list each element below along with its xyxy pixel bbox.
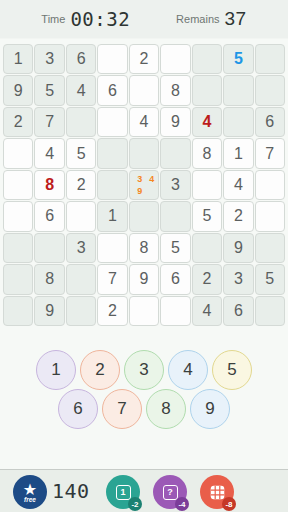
given-digit: 6 (234, 302, 243, 320)
number-button-4[interactable]: 4 (168, 350, 208, 390)
sudoku-cell-r5c1[interactable] (3, 170, 33, 200)
sudoku-cell-r6c3[interactable] (66, 201, 96, 231)
given-digit: 6 (77, 50, 86, 68)
sudoku-cell-r8c9[interactable]: 5 (255, 264, 285, 294)
given-digit: 1 (234, 145, 243, 163)
given-digit: 1 (14, 50, 23, 68)
given-digit: 4 (234, 176, 243, 194)
sudoku-cell-r5c5[interactable]: 349 (129, 170, 159, 200)
given-digit: 5 (202, 207, 211, 225)
sudoku-cell-r7c6[interactable]: 5 (160, 233, 190, 263)
sudoku-cell-r4c4[interactable] (97, 138, 127, 168)
sudoku-cell-r1c6[interactable] (160, 44, 190, 74)
sudoku-cell-r7c8[interactable]: 9 (223, 233, 253, 263)
sudoku-cell-r4c1[interactable] (3, 138, 33, 168)
error-digit: 8 (45, 176, 54, 194)
hint-cost-badge: -2 (128, 497, 142, 511)
sudoku-cell-r4c3[interactable]: 5 (66, 138, 96, 168)
given-digit: 5 (77, 145, 86, 163)
given-digit: 7 (108, 270, 117, 288)
top-bar: Time 00:32 Remains 37 (0, 0, 288, 39)
given-digit: 7 (265, 145, 274, 163)
given-digit: 9 (14, 82, 23, 100)
given-digit: 8 (140, 239, 149, 257)
given-digit: 3 (77, 239, 86, 257)
hint-reveal-cell[interactable]: 1-2 (106, 475, 140, 509)
given-digit: 4 (202, 302, 211, 320)
number-button-8[interactable]: 8 (146, 389, 186, 429)
given-digit: 5 (45, 82, 54, 100)
sudoku-cell-r6c5[interactable] (129, 201, 159, 231)
sudoku-cell-r8c2[interactable]: 8 (34, 264, 64, 294)
sudoku-cell-r9c4[interactable]: 2 (97, 296, 127, 326)
sudoku-cell-r3c9[interactable]: 6 (255, 107, 285, 137)
number-button-6[interactable]: 6 (58, 389, 98, 429)
sudoku-cell-r1c5[interactable]: 2 (129, 44, 159, 74)
given-digit: 9 (171, 113, 180, 131)
square-1-icon: 1 (116, 485, 131, 500)
sudoku-cell-r8c4[interactable]: 7 (97, 264, 127, 294)
sudoku-cell-r9c8[interactable]: 6 (223, 296, 253, 326)
sudoku-cell-r2c9[interactable] (255, 75, 285, 105)
number-button-9[interactable]: 9 (190, 389, 230, 429)
remains-stat: Remains 37 (176, 8, 247, 30)
sudoku-cell-r3c6[interactable]: 9 (160, 107, 190, 137)
sudoku-cell-r9c9[interactable] (255, 296, 285, 326)
pencil-notes: 349 (134, 173, 158, 197)
given-digit: 5 (265, 270, 274, 288)
sudoku-cell-r7c9[interactable] (255, 233, 285, 263)
number-button-7[interactable]: 7 (102, 389, 142, 429)
given-digit: 2 (14, 113, 23, 131)
sudoku-cell-r2c2[interactable]: 5 (34, 75, 64, 105)
star-icon: ★ (23, 483, 37, 497)
sudoku-cell-r1c7[interactable] (192, 44, 222, 74)
number-button-3[interactable]: 3 (124, 350, 164, 390)
sudoku-cell-r3c1[interactable]: 2 (3, 107, 33, 137)
given-digit: 3 (234, 270, 243, 288)
given-digit: 7 (45, 113, 54, 131)
picker-row-2: 6789 (0, 389, 288, 429)
sudoku-cell-r1c8[interactable]: 5 (223, 44, 253, 74)
sudoku-cell-r4c9[interactable]: 7 (255, 138, 285, 168)
sudoku-cell-r5c2[interactable]: 8 (34, 170, 64, 200)
sudoku-cell-r6c1[interactable] (3, 201, 33, 231)
sudoku-cell-r9c3[interactable] (66, 296, 96, 326)
sudoku-cell-r7c3[interactable]: 3 (66, 233, 96, 263)
sudoku-cell-r6c9[interactable] (255, 201, 285, 231)
sudoku-cell-r8c8[interactable]: 3 (223, 264, 253, 294)
sudoku-cell-r6c2[interactable]: 6 (34, 201, 64, 231)
sudoku-cell-r7c7[interactable] (192, 233, 222, 263)
sudoku-cell-r3c3[interactable] (66, 107, 96, 137)
sudoku-cell-r1c2[interactable]: 3 (34, 44, 64, 74)
sudoku-cell-r9c5[interactable] (129, 296, 159, 326)
sudoku-cell-r9c2[interactable]: 9 (34, 296, 64, 326)
number-picker: 12345 6789 (0, 350, 288, 429)
sudoku-cell-r5c7[interactable] (192, 170, 222, 200)
sudoku-cell-r8c5[interactable]: 9 (129, 264, 159, 294)
hint-check[interactable]: ?-4 (153, 475, 187, 509)
note-value: 9 (134, 185, 146, 197)
given-digit: 8 (171, 82, 180, 100)
sudoku-cell-r5c6[interactable]: 3 (160, 170, 190, 200)
hint-solve-grid[interactable]: -8 (200, 475, 234, 509)
sudoku-cell-r4c2[interactable]: 4 (34, 138, 64, 168)
sudoku-cell-r1c1[interactable]: 1 (3, 44, 33, 74)
sudoku-cell-r9c7[interactable]: 4 (192, 296, 222, 326)
sudoku-cell-r4c8[interactable]: 1 (223, 138, 253, 168)
sudoku-cell-r2c5[interactable] (129, 75, 159, 105)
sudoku-cell-r3c4[interactable] (97, 107, 127, 137)
given-digit: 9 (140, 270, 149, 288)
sudoku-cell-r1c3[interactable]: 6 (66, 44, 96, 74)
remains-label: Remains (176, 13, 219, 25)
sudoku-cell-r2c1[interactable]: 9 (3, 75, 33, 105)
free-button[interactable]: ★ free (13, 475, 47, 509)
sudoku-cell-r5c3[interactable]: 2 (66, 170, 96, 200)
sudoku-cell-r8c6[interactable]: 6 (160, 264, 190, 294)
sudoku-cell-r2c4[interactable]: 6 (97, 75, 127, 105)
hint-cost-badge: -4 (175, 497, 189, 511)
sudoku-cell-r7c2[interactable] (34, 233, 64, 263)
sudoku-cell-r6c8[interactable]: 2 (223, 201, 253, 231)
given-digit: 6 (171, 270, 180, 288)
sudoku-cell-r3c8[interactable] (223, 107, 253, 137)
picker-row-1: 12345 (0, 350, 288, 390)
given-digit: 6 (265, 113, 274, 131)
given-digit: 4 (140, 113, 149, 131)
sudoku-cell-r4c5[interactable] (129, 138, 159, 168)
given-digit: 3 (171, 176, 180, 194)
sudoku-cell-r4c7[interactable]: 8 (192, 138, 222, 168)
sudoku-cell-r3c5[interactable]: 4 (129, 107, 159, 137)
square-question-icon: ? (163, 485, 178, 500)
note-value: 4 (146, 173, 158, 185)
sudoku-cell-r7c5[interactable]: 8 (129, 233, 159, 263)
given-digit: 1 (108, 207, 117, 225)
sudoku-cell-r9c6[interactable] (160, 296, 190, 326)
sudoku-cell-r6c4[interactable]: 1 (97, 201, 127, 231)
sudoku-cell-r9c1[interactable] (3, 296, 33, 326)
time-stat: Time 00:32 (41, 8, 130, 30)
sudoku-cell-r7c4[interactable] (97, 233, 127, 263)
given-digit: 8 (45, 270, 54, 288)
error-digit: 4 (202, 113, 211, 131)
number-button-1[interactable]: 1 (36, 350, 76, 390)
sudoku-cell-r2c6[interactable]: 8 (160, 75, 190, 105)
sudoku-cell-r7c1[interactable] (3, 233, 33, 263)
remains-value: 37 (225, 8, 247, 30)
time-label: Time (41, 13, 65, 25)
hint-cost-badge: -8 (222, 497, 236, 511)
sudoku-cell-r3c2[interactable]: 7 (34, 107, 64, 137)
given-digit: 2 (108, 302, 117, 320)
sudoku-cell-r3c7[interactable]: 4 (192, 107, 222, 137)
given-digit: 3 (45, 50, 54, 68)
sudoku-cell-r1c4[interactable] (97, 44, 127, 74)
bottom-toolbar: ★ free 140 1-2?-4-8 (0, 469, 288, 512)
sudoku-cell-r5c8[interactable]: 4 (223, 170, 253, 200)
time-value: 00:32 (70, 8, 130, 30)
sudoku-cell-r4c6[interactable] (160, 138, 190, 168)
sudoku-cell-r5c9[interactable] (255, 170, 285, 200)
grid-icon (210, 485, 225, 500)
sudoku-cell-r2c3[interactable]: 4 (66, 75, 96, 105)
sudoku-cell-r1c9[interactable] (255, 44, 285, 74)
sudoku-cell-r5c4[interactable] (97, 170, 127, 200)
given-digit: 6 (108, 82, 117, 100)
number-button-2[interactable]: 2 (80, 350, 120, 390)
given-digit: 4 (77, 82, 86, 100)
sudoku-cell-r6c6[interactable] (160, 201, 190, 231)
sudoku-cell-r8c7[interactable]: 2 (192, 264, 222, 294)
sudoku-cell-r8c1[interactable] (3, 264, 33, 294)
score-value: 140 (52, 479, 90, 503)
sudoku-cell-r8c3[interactable] (66, 264, 96, 294)
given-digit: 5 (171, 239, 180, 257)
sudoku-cell-r6c7[interactable]: 5 (192, 201, 222, 231)
given-digit: 2 (234, 207, 243, 225)
given-digit: 2 (202, 270, 211, 288)
sudoku-board: 1362595468274946458178234934615238598796… (3, 44, 285, 326)
given-digit: 6 (45, 207, 54, 225)
given-digit: 8 (202, 145, 211, 163)
given-digit: 2 (140, 50, 149, 68)
hint-buttons: 1-2?-4-8 (106, 475, 234, 509)
free-label: free (24, 497, 36, 503)
given-digit: 9 (45, 302, 54, 320)
given-digit: 9 (234, 239, 243, 257)
sudoku-cell-r2c7[interactable] (192, 75, 222, 105)
note-value: 3 (134, 173, 146, 185)
given-digit: 2 (77, 176, 86, 194)
sudoku-cell-r2c8[interactable] (223, 75, 253, 105)
number-button-5[interactable]: 5 (212, 350, 252, 390)
user-digit: 5 (234, 50, 243, 68)
given-digit: 4 (45, 145, 54, 163)
